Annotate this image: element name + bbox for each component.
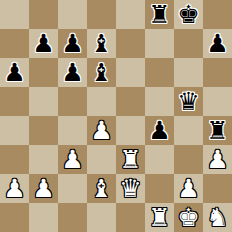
square-a6[interactable]: ♟ [0, 58, 29, 87]
black-rook-piece[interactable]: ♜ [203, 116, 232, 145]
square-h4[interactable]: ♜ [203, 116, 232, 145]
square-e5[interactable] [116, 87, 145, 116]
black-pawn-piece[interactable]: ♟ [29, 29, 58, 58]
black-king-piece[interactable]: ♚ [174, 0, 203, 29]
square-c1[interactable] [58, 203, 87, 232]
square-b2[interactable]: ♟ [29, 174, 58, 203]
square-d5[interactable] [87, 87, 116, 116]
white-bishop-piece[interactable]: ♝ [87, 174, 116, 203]
square-f3[interactable] [145, 145, 174, 174]
square-e6[interactable] [116, 58, 145, 87]
black-bishop-piece[interactable]: ♝ [87, 58, 116, 87]
square-c5[interactable] [58, 87, 87, 116]
square-e8[interactable] [116, 0, 145, 29]
square-a1[interactable] [0, 203, 29, 232]
chess-board: ♜♚♟♟♝♟♟♟♝♛♟♟♜♟♜♟♟♟♝♛♟♜♚♞ [0, 0, 232, 232]
square-h1[interactable]: ♞ [203, 203, 232, 232]
white-pawn-piece[interactable]: ♟ [87, 116, 116, 145]
square-c7[interactable]: ♟ [58, 29, 87, 58]
square-d3[interactable] [87, 145, 116, 174]
white-rook-piece[interactable]: ♜ [116, 145, 145, 174]
square-b6[interactable] [29, 58, 58, 87]
square-a2[interactable]: ♟ [0, 174, 29, 203]
black-pawn-piece[interactable]: ♟ [58, 58, 87, 87]
square-e2[interactable]: ♛ [116, 174, 145, 203]
square-g2[interactable]: ♟ [174, 174, 203, 203]
black-pawn-piece[interactable]: ♟ [58, 29, 87, 58]
square-b4[interactable] [29, 116, 58, 145]
square-g7[interactable] [174, 29, 203, 58]
square-c4[interactable] [58, 116, 87, 145]
white-pawn-piece[interactable]: ♟ [58, 145, 87, 174]
square-e3[interactable]: ♜ [116, 145, 145, 174]
square-g3[interactable] [174, 145, 203, 174]
square-g5[interactable]: ♛ [174, 87, 203, 116]
square-f1[interactable]: ♜ [145, 203, 174, 232]
square-h3[interactable]: ♟ [203, 145, 232, 174]
square-c6[interactable]: ♟ [58, 58, 87, 87]
square-b1[interactable] [29, 203, 58, 232]
square-b7[interactable]: ♟ [29, 29, 58, 58]
square-c8[interactable] [58, 0, 87, 29]
square-f6[interactable] [145, 58, 174, 87]
square-e4[interactable] [116, 116, 145, 145]
square-d2[interactable]: ♝ [87, 174, 116, 203]
square-h2[interactable] [203, 174, 232, 203]
square-a5[interactable] [0, 87, 29, 116]
square-f2[interactable] [145, 174, 174, 203]
black-pawn-piece[interactable]: ♟ [203, 29, 232, 58]
white-queen-piece[interactable]: ♛ [116, 174, 145, 203]
square-b5[interactable] [29, 87, 58, 116]
square-b8[interactable] [29, 0, 58, 29]
white-rook-piece[interactable]: ♜ [145, 203, 174, 232]
square-g8[interactable]: ♚ [174, 0, 203, 29]
square-g6[interactable] [174, 58, 203, 87]
square-c2[interactable] [58, 174, 87, 203]
white-pawn-piece[interactable]: ♟ [0, 174, 29, 203]
white-pawn-piece[interactable]: ♟ [29, 174, 58, 203]
square-b3[interactable] [29, 145, 58, 174]
black-pawn-piece[interactable]: ♟ [145, 116, 174, 145]
square-f5[interactable] [145, 87, 174, 116]
square-f4[interactable]: ♟ [145, 116, 174, 145]
square-d8[interactable] [87, 0, 116, 29]
square-f7[interactable] [145, 29, 174, 58]
square-g1[interactable]: ♚ [174, 203, 203, 232]
square-d7[interactable]: ♝ [87, 29, 116, 58]
black-pawn-piece[interactable]: ♟ [0, 58, 29, 87]
square-e7[interactable] [116, 29, 145, 58]
square-d1[interactable] [87, 203, 116, 232]
white-knight-piece[interactable]: ♞ [203, 203, 232, 232]
square-g4[interactable] [174, 116, 203, 145]
square-c3[interactable]: ♟ [58, 145, 87, 174]
square-f8[interactable]: ♜ [145, 0, 174, 29]
square-h6[interactable] [203, 58, 232, 87]
square-a4[interactable] [0, 116, 29, 145]
square-d4[interactable]: ♟ [87, 116, 116, 145]
square-h5[interactable] [203, 87, 232, 116]
white-pawn-piece[interactable]: ♟ [174, 174, 203, 203]
white-king-piece[interactable]: ♚ [174, 203, 203, 232]
square-h7[interactable]: ♟ [203, 29, 232, 58]
square-e1[interactable] [116, 203, 145, 232]
black-queen-piece[interactable]: ♛ [174, 87, 203, 116]
square-d6[interactable]: ♝ [87, 58, 116, 87]
square-a7[interactable] [0, 29, 29, 58]
white-pawn-piece[interactable]: ♟ [203, 145, 232, 174]
black-bishop-piece[interactable]: ♝ [87, 29, 116, 58]
square-a8[interactable] [0, 0, 29, 29]
black-rook-piece[interactable]: ♜ [145, 0, 174, 29]
square-a3[interactable] [0, 145, 29, 174]
square-h8[interactable] [203, 0, 232, 29]
